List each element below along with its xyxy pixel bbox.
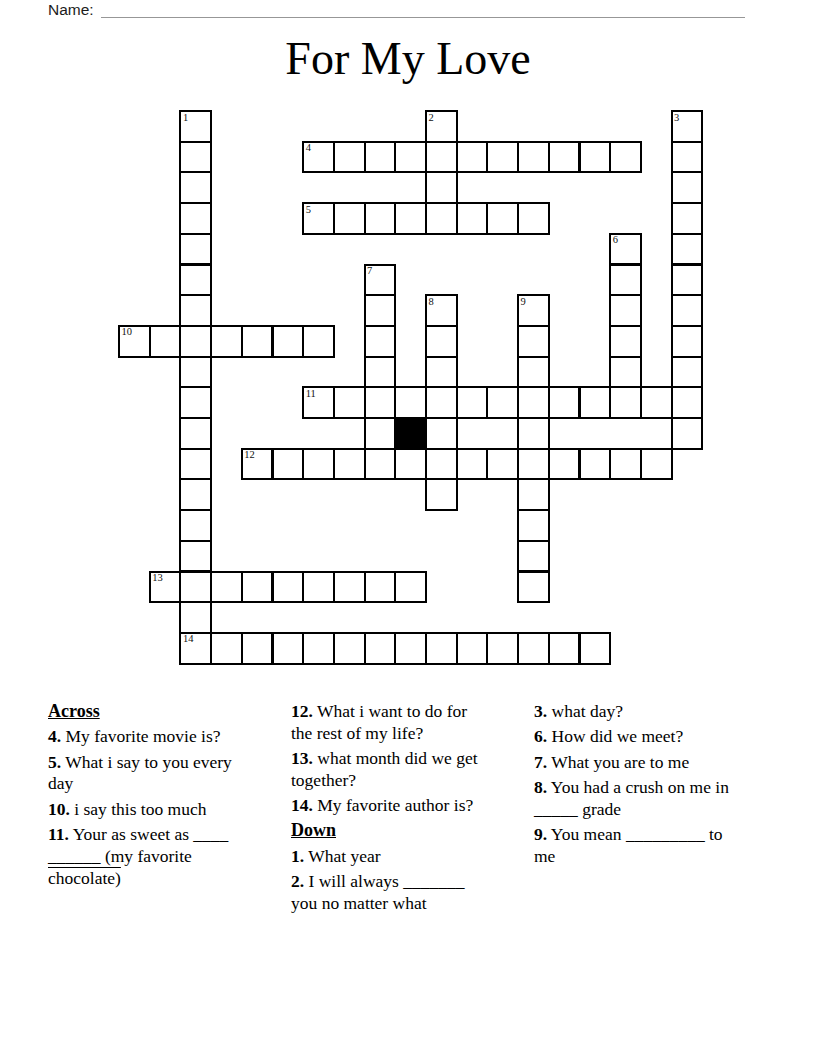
grid-cell[interactable] [179, 509, 212, 542]
clue-down-9: 9. You mean _________ to me [534, 824, 734, 868]
clue-across-5: 5. What i say to you every day [48, 752, 248, 796]
cell-number: 13 [152, 573, 163, 583]
grid-cell[interactable] [241, 571, 274, 604]
grid-cell[interactable] [579, 386, 612, 419]
grid-cell[interactable] [517, 141, 550, 174]
grid-cell[interactable] [517, 571, 550, 604]
grid-cell[interactable] [486, 448, 519, 481]
grid-cell[interactable] [333, 202, 366, 235]
grid-cell[interactable] [671, 417, 704, 450]
grid-cell[interactable] [394, 202, 427, 235]
clue-number: 1. [291, 846, 304, 866]
clue-down-8: 8. You had a crush on me in _____ grade [534, 777, 734, 821]
grid-cell[interactable] [179, 171, 212, 204]
clue-heading-down: Down [291, 820, 491, 842]
grid-cell[interactable] [456, 202, 489, 235]
grid-cell[interactable] [579, 632, 612, 665]
grid-cell[interactable] [241, 325, 274, 358]
clue-column-3: 3. what day?6. How did we meet?7. What y… [534, 701, 734, 918]
grid-cell[interactable] [364, 325, 397, 358]
grid-cell[interactable] [640, 386, 673, 419]
grid-cell[interactable] [486, 386, 519, 419]
grid-cell[interactable] [609, 356, 642, 389]
cell-number: 3 [674, 113, 679, 123]
grid-cell[interactable] [179, 478, 212, 511]
clue-number: 10. [48, 799, 70, 819]
grid-cell[interactable] [302, 571, 335, 604]
cell-number: 10 [122, 327, 133, 337]
grid-cell[interactable] [671, 141, 704, 174]
grid-cell[interactable] [364, 294, 397, 327]
cell-number: 14 [183, 634, 194, 644]
grid-cell[interactable] [179, 141, 212, 174]
grid-cell[interactable] [179, 540, 212, 573]
grid-cell[interactable] [302, 325, 335, 358]
grid-cell[interactable] [640, 448, 673, 481]
clue-across-10: 10. i say this too much [48, 799, 248, 821]
clue-column-2: 12. What i want to do for the rest of my… [291, 701, 491, 918]
clue-across-11: 11. Your as sweet as ____ ______ (my fav… [48, 824, 248, 889]
grid-cell[interactable] [364, 448, 397, 481]
grid-cell[interactable] [548, 632, 581, 665]
grid-cell[interactable] [517, 325, 550, 358]
grid-cell[interactable] [671, 264, 704, 297]
grid-cell[interactable] [609, 325, 642, 358]
grid-cell[interactable] [394, 141, 427, 174]
cell-number: 2 [429, 113, 434, 123]
cell-number: 4 [306, 143, 311, 153]
grid-cell[interactable] [179, 417, 212, 450]
grid-cell[interactable] [179, 202, 212, 235]
grid-cell[interactable] [302, 448, 335, 481]
grid-cell[interactable] [272, 571, 305, 604]
clue-number: 2. [291, 871, 304, 891]
grid-cell[interactable] [333, 448, 366, 481]
grid-cell[interactable] [517, 478, 550, 511]
grid-cell[interactable] [333, 141, 366, 174]
grid-cell[interactable] [272, 448, 305, 481]
clue-down-7: 7. What you are to me [534, 752, 734, 774]
grid-cell[interactable] [517, 540, 550, 573]
grid-cell[interactable] [272, 325, 305, 358]
grid-cell[interactable] [548, 386, 581, 419]
clue-number: 9. [534, 824, 547, 844]
grid-cell[interactable] [210, 571, 243, 604]
grid-cell[interactable] [456, 448, 489, 481]
clue-column-1: Across4. My favorite movie is?5. What i … [48, 701, 248, 918]
clue-number: 7. [534, 752, 547, 772]
grid-cell[interactable] [210, 325, 243, 358]
grid-cell[interactable] [425, 325, 458, 358]
clues-section: Across4. My favorite movie is?5. What i … [48, 701, 734, 918]
grid-cell[interactable] [609, 386, 642, 419]
grid-cell[interactable] [609, 141, 642, 174]
grid-cell[interactable] [210, 632, 243, 665]
worksheet-page: Name: For My Love 1234567891011121314 Ac… [0, 0, 816, 1056]
grid-cell[interactable] [179, 294, 212, 327]
grid-cell[interactable] [517, 386, 550, 419]
grid-cell[interactable] [179, 264, 212, 297]
grid-cell[interactable] [179, 571, 212, 604]
grid-cell[interactable] [364, 417, 397, 450]
grid-cell[interactable] [425, 202, 458, 235]
page-title: For My Love [0, 36, 816, 82]
cell-number: 1 [183, 113, 188, 123]
clue-down-1: 1. What year [291, 846, 491, 868]
grid-cell[interactable] [364, 141, 397, 174]
grid-cell[interactable] [425, 478, 458, 511]
cell-number: 7 [367, 266, 372, 276]
cell-number: 11 [306, 389, 316, 399]
cell-number: 8 [429, 297, 434, 307]
grid-cell[interactable] [394, 632, 427, 665]
grid-cell[interactable] [179, 601, 212, 634]
grid-cell[interactable] [333, 571, 366, 604]
grid-cell[interactable] [149, 325, 182, 358]
grid-cell[interactable] [517, 448, 550, 481]
grid-cell[interactable] [364, 571, 397, 604]
grid-cell[interactable] [456, 141, 489, 174]
grid-cell[interactable] [364, 632, 397, 665]
clue-down-2: 2. I will always _______ you no matter w… [291, 871, 491, 915]
grid-cell[interactable] [671, 356, 704, 389]
cell-number: 5 [306, 205, 311, 215]
grid-cell[interactable] [179, 233, 212, 266]
crossword-grid: 1234567891011121314 [118, 110, 703, 665]
grid-cell[interactable] [179, 325, 212, 358]
clue-number: 5. [48, 752, 61, 772]
cell-number: 9 [521, 297, 526, 307]
grid-cell[interactable] [394, 448, 427, 481]
grid-cell[interactable] [425, 448, 458, 481]
grid-cell[interactable] [241, 632, 274, 665]
clue-number: 3. [534, 701, 547, 721]
grid-cell[interactable] [179, 448, 212, 481]
grid-cell[interactable] [609, 294, 642, 327]
clue-number: 13. [291, 748, 313, 768]
grid-cell[interactable] [425, 171, 458, 204]
grid-cell[interactable] [579, 448, 612, 481]
grid-cell[interactable] [364, 356, 397, 389]
clue-across-14: 14. My favorite author is? [291, 795, 491, 817]
grid-cell[interactable] [364, 202, 397, 235]
grid-cell[interactable] [486, 202, 519, 235]
clue-heading-across: Across [48, 701, 248, 723]
grid-cell[interactable] [456, 386, 489, 419]
clue-across-4: 4. My favorite movie is? [48, 726, 248, 748]
clue-down-3: 3. what day? [534, 701, 734, 723]
clue-number: 8. [534, 777, 547, 797]
grid-cell[interactable] [364, 386, 397, 419]
clue-text-overline: chocolate) [48, 868, 121, 888]
grid-cell[interactable] [671, 202, 704, 235]
grid-cell[interactable] [425, 386, 458, 419]
grid-cell[interactable] [548, 448, 581, 481]
grid-cell[interactable] [179, 386, 212, 419]
grid-cell[interactable] [517, 356, 550, 389]
clue-across-13: 13. what month did we get together? [291, 748, 491, 792]
grid-cell[interactable] [548, 141, 581, 174]
grid-cell[interactable] [425, 356, 458, 389]
grid-cell[interactable] [425, 141, 458, 174]
grid-cell[interactable] [671, 233, 704, 266]
grid-cell[interactable] [272, 632, 305, 665]
clue-number: 6. [534, 726, 547, 746]
grid-cell[interactable] [671, 294, 704, 327]
grid-cell[interactable] [579, 141, 612, 174]
clue-number: 12. [291, 701, 313, 721]
grid-cell[interactable] [671, 325, 704, 358]
cell-number: 12 [244, 450, 255, 460]
clue-down-6: 6. How did we meet? [534, 726, 734, 748]
name-input-line[interactable] [101, 1, 745, 18]
clue-across-12: 12. What i want to do for the rest of my… [291, 701, 491, 745]
name-label: Name: [48, 1, 101, 18]
grid-cell[interactable] [394, 571, 427, 604]
grid-cell[interactable] [394, 386, 427, 419]
clue-number: 11. [48, 824, 69, 844]
grid-cell[interactable] [517, 509, 550, 542]
grid-cell[interactable] [486, 632, 519, 665]
grid-cell[interactable] [302, 632, 335, 665]
grid-cell[interactable] [517, 202, 550, 235]
cell-number: 6 [613, 235, 618, 245]
grid-cell[interactable] [609, 448, 642, 481]
grid-cell[interactable] [609, 264, 642, 297]
grid-cell[interactable] [486, 141, 519, 174]
grid-cell[interactable] [671, 171, 704, 204]
grid-cell[interactable] [333, 386, 366, 419]
grid-cell[interactable] [333, 632, 366, 665]
grid-cell[interactable] [179, 356, 212, 389]
clue-number: 14. [291, 795, 313, 815]
clue-number: 4. [48, 726, 61, 746]
grid-cell[interactable] [425, 632, 458, 665]
grid-cell[interactable] [517, 417, 550, 450]
grid-cell[interactable] [517, 632, 550, 665]
grid-cell[interactable] [671, 386, 704, 419]
grid-cell-black [394, 417, 427, 450]
name-row: Name: [48, 1, 745, 18]
grid-cell[interactable] [425, 417, 458, 450]
grid-cell[interactable] [456, 632, 489, 665]
